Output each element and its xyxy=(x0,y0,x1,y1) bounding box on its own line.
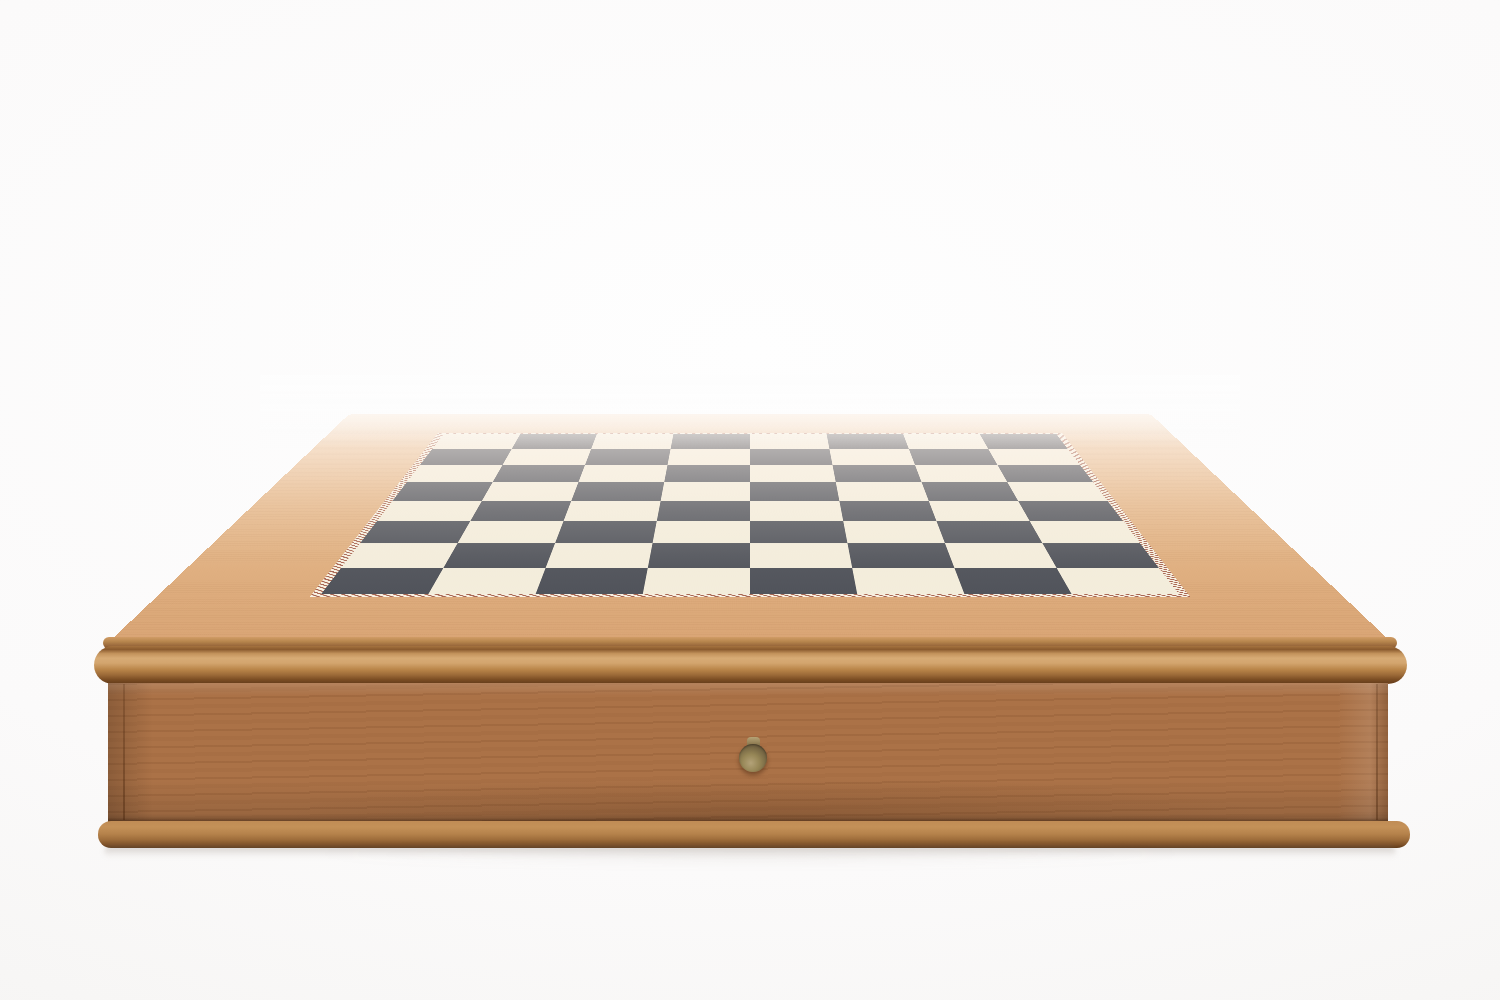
square-e5[interactable] xyxy=(750,482,839,501)
square-e7[interactable] xyxy=(750,449,833,465)
square-f3[interactable] xyxy=(843,521,945,543)
square-b2[interactable] xyxy=(444,543,555,567)
square-c7[interactable] xyxy=(585,449,671,465)
square-d1[interactable] xyxy=(643,568,750,595)
square-c8[interactable] xyxy=(591,434,673,449)
square-a6[interactable] xyxy=(407,465,503,482)
square-c4[interactable] xyxy=(563,501,660,521)
square-d8[interactable] xyxy=(671,434,750,449)
square-g8[interactable] xyxy=(903,434,988,449)
square-d7[interactable] xyxy=(667,449,750,465)
square-c1[interactable] xyxy=(535,568,647,595)
square-a5[interactable] xyxy=(392,482,492,501)
square-b7[interactable] xyxy=(502,449,591,465)
square-e4[interactable] xyxy=(750,501,843,521)
square-f6[interactable] xyxy=(833,465,922,482)
lid-bullnose-molding xyxy=(94,646,1407,684)
square-a7[interactable] xyxy=(420,449,512,465)
square-c6[interactable] xyxy=(578,465,667,482)
square-g5[interactable] xyxy=(922,482,1019,501)
square-h7[interactable] xyxy=(988,449,1080,465)
square-b4[interactable] xyxy=(470,501,571,521)
drawer-seam-left xyxy=(123,684,125,820)
square-g2[interactable] xyxy=(945,543,1056,567)
square-e1[interactable] xyxy=(750,568,857,595)
chessboard-lid-top xyxy=(111,414,1389,640)
square-e3[interactable] xyxy=(750,521,848,543)
square-h3[interactable] xyxy=(1030,521,1140,543)
square-c5[interactable] xyxy=(571,482,664,501)
square-a3[interactable] xyxy=(360,521,470,543)
square-b3[interactable] xyxy=(457,521,563,543)
square-d4[interactable] xyxy=(657,501,750,521)
square-f1[interactable] xyxy=(852,568,964,595)
square-e2[interactable] xyxy=(750,543,852,567)
square-h1[interactable] xyxy=(1056,568,1179,595)
square-f5[interactable] xyxy=(836,482,929,501)
square-g7[interactable] xyxy=(909,449,998,465)
square-h8[interactable] xyxy=(980,434,1068,449)
square-h4[interactable] xyxy=(1018,501,1123,521)
square-g6[interactable] xyxy=(915,465,1007,482)
square-h6[interactable] xyxy=(998,465,1094,482)
square-b5[interactable] xyxy=(482,482,579,501)
square-a2[interactable] xyxy=(341,543,457,567)
square-d6[interactable] xyxy=(664,465,750,482)
product-photo-scene xyxy=(0,0,1500,1000)
square-b6[interactable] xyxy=(493,465,585,482)
square-g3[interactable] xyxy=(937,521,1043,543)
ambient-shadow xyxy=(150,850,1350,870)
square-a8[interactable] xyxy=(432,434,520,449)
base-molding xyxy=(98,821,1410,848)
square-h5[interactable] xyxy=(1007,482,1107,501)
square-f7[interactable] xyxy=(829,449,915,465)
square-c3[interactable] xyxy=(555,521,657,543)
square-d3[interactable] xyxy=(652,521,750,543)
chessboard-grid xyxy=(321,434,1179,594)
square-f4[interactable] xyxy=(839,501,936,521)
square-h2[interactable] xyxy=(1043,543,1159,567)
square-b1[interactable] xyxy=(428,568,545,595)
square-d5[interactable] xyxy=(661,482,750,501)
square-c2[interactable] xyxy=(546,543,653,567)
rope-inlay-border xyxy=(310,433,1190,597)
square-b8[interactable] xyxy=(512,434,597,449)
square-g4[interactable] xyxy=(929,501,1030,521)
drawer-seam-right xyxy=(1376,684,1378,820)
drawer-knob[interactable] xyxy=(739,744,767,772)
square-a1[interactable] xyxy=(321,568,444,595)
square-f8[interactable] xyxy=(827,434,909,449)
square-e8[interactable] xyxy=(750,434,829,449)
square-e6[interactable] xyxy=(750,465,836,482)
square-f2[interactable] xyxy=(848,543,955,567)
square-a4[interactable] xyxy=(377,501,482,521)
square-d2[interactable] xyxy=(648,543,750,567)
square-g1[interactable] xyxy=(954,568,1071,595)
